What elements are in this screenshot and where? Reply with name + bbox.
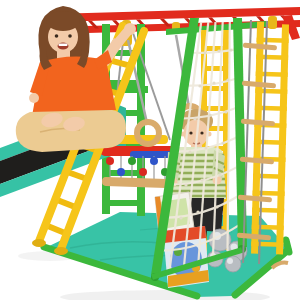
girl-fringe bbox=[46, 11, 80, 31]
girl-hand-grip bbox=[124, 23, 136, 35]
play-gym-scene bbox=[0, 0, 300, 300]
play-gym-photo: Two children playing on a colorful indoo… bbox=[0, 0, 300, 300]
